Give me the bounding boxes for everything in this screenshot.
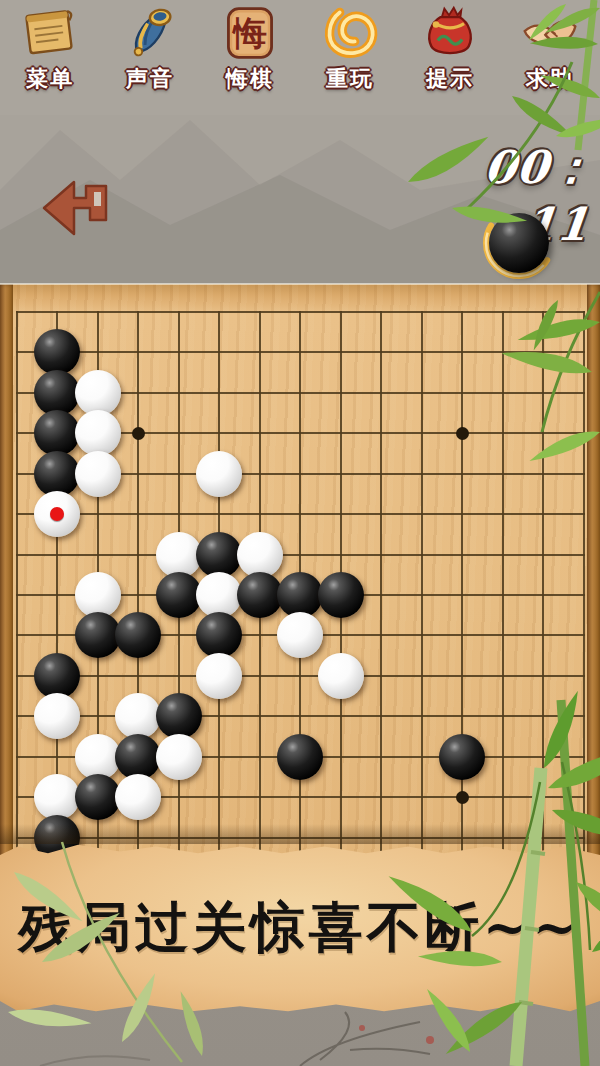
promo-banner: 残局过关惊喜不断~~ [0, 843, 600, 1013]
swirl-icon [319, 0, 381, 66]
board-frame-left [0, 284, 13, 870]
replay-label: 重玩 [326, 68, 374, 90]
replay-button[interactable]: 重玩 [300, 0, 400, 112]
toolbar: 菜单 声音 悔 悔棋 [0, 0, 600, 112]
board-frame-right [587, 284, 600, 870]
pouch-icon [419, 0, 481, 66]
horn-icon [119, 0, 181, 66]
sound-button[interactable]: 声音 [100, 0, 200, 112]
scroll-icon [19, 0, 81, 66]
back-button[interactable] [36, 160, 112, 248]
help-label: 求助 [526, 68, 574, 90]
banner-shadow [0, 824, 600, 844]
timer: 00：11 [417, 138, 598, 198]
hui-badge-icon: 悔 [219, 0, 281, 66]
svg-text:悔: 悔 [231, 14, 267, 52]
undo-label: 悔棋 [226, 68, 274, 90]
plum-sketch-decoration [0, 1010, 600, 1066]
help-button[interactable]: 求助 [500, 0, 600, 112]
board-top-highlight [0, 283, 600, 285]
banner-text: 残局过关惊喜不断~~ [19, 892, 582, 965]
sound-label: 声音 [126, 68, 174, 90]
return-arrow-icon [44, 182, 106, 234]
game-screen: { "app": {"name": "五子棋残局", "background_c… [0, 0, 600, 1066]
undo-button[interactable]: 悔 悔棋 [200, 0, 300, 112]
menu-button[interactable]: 菜单 [0, 0, 100, 112]
hint-button[interactable]: 提示 [400, 0, 500, 112]
handshake-icon [519, 0, 581, 66]
hint-label: 提示 [426, 68, 474, 90]
go-board[interactable] [0, 284, 600, 870]
turn-indicator-black-stone [489, 213, 549, 273]
menu-label: 菜单 [26, 68, 74, 90]
